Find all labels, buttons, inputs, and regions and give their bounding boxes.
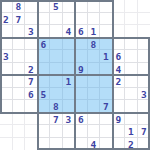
cell-r5c2[interactable] [13,50,26,63]
cell-r7c2[interactable] [13,75,26,88]
cell-r4c1[interactable] [0,38,13,51]
cell-r10c10[interactable]: 9 [113,113,126,126]
cell-r9c1[interactable] [0,100,13,113]
cell-r4c2[interactable] [13,38,26,51]
cell-r12c11[interactable]: 2 [125,138,138,151]
cell-r4c4[interactable]: 6 [38,38,51,51]
void-cell [25,138,38,151]
cell-r7c8[interactable] [88,75,101,88]
cell-r7c10[interactable]: 2 [113,75,126,88]
cell-r1c5[interactable]: 5 [50,0,63,13]
cell-r7c3[interactable]: 7 [25,75,38,88]
void-cell [13,113,26,126]
cell-r12c9[interactable] [100,138,113,151]
cell-r12c4[interactable] [38,138,51,151]
cell-r5c9[interactable]: 1 [100,50,113,63]
cell-r1c6[interactable] [63,0,76,13]
cell-r8c11[interactable] [125,88,138,101]
cell-r4c7[interactable] [75,38,88,51]
cell-r9c3[interactable] [25,100,38,113]
cell-r9c11[interactable] [125,100,138,113]
cell-r9c9[interactable]: 7 [100,100,113,113]
cell-r1c3[interactable] [25,0,38,13]
cell-r4c3[interactable] [25,38,38,51]
cell-r9c10[interactable] [113,100,126,113]
given-digit: 8 [90,39,96,49]
void-cell [138,13,151,26]
void-cell [138,25,151,38]
cell-r2c4[interactable] [38,13,51,26]
cell-r12c7[interactable] [75,138,88,151]
cell-r1c9[interactable] [100,0,113,13]
void-cell [0,138,13,151]
cell-r8c3[interactable]: 6 [25,88,38,101]
given-digit: 2 [128,140,134,150]
cell-r2c1[interactable]: 2 [0,13,13,26]
cell-r4c11[interactable] [125,38,138,51]
cell-r3c4[interactable] [38,25,51,38]
given-digit: 1 [65,77,71,87]
void-cell [138,0,151,13]
given-digit: 4 [65,27,71,37]
void-cell [125,13,138,26]
cell-r9c4[interactable] [38,100,51,113]
given-digit: 6 [78,27,84,37]
cell-r11c9[interactable] [100,125,113,138]
cell-r2c8[interactable] [88,13,101,26]
cell-r7c9[interactable] [100,75,113,88]
given-digit: 5 [53,2,59,12]
cell-r10c5[interactable]: 7 [50,113,63,126]
cell-r4c12[interactable] [138,38,151,51]
cell-r5c12[interactable] [138,50,151,63]
cell-r9c2[interactable] [13,100,26,113]
cell-r7c5[interactable] [50,75,63,88]
void-cell [25,125,38,138]
cell-r5c8[interactable] [88,50,101,63]
cell-r11c12[interactable]: 7 [138,125,151,138]
cell-r10c11[interactable] [125,113,138,126]
void-cell [113,25,126,38]
cell-r11c11[interactable]: 1 [125,125,138,138]
cell-r6c6[interactable] [63,63,76,76]
cell-r1c2[interactable]: 8 [13,0,26,13]
cell-r3c8[interactable]: 1 [88,25,101,38]
cell-r5c6[interactable] [63,50,76,63]
cell-r5c5[interactable] [50,50,63,63]
cell-r6c10[interactable]: 4 [113,63,126,76]
given-digit: 9 [115,114,121,124]
given-digit: 3 [3,52,9,62]
cell-r7c7[interactable] [75,75,88,88]
cell-r3c9[interactable] [100,25,113,38]
cell-r12c5[interactable] [50,138,63,151]
cell-r2c7[interactable] [75,13,88,26]
given-digit: 8 [53,102,59,112]
given-digit: 2 [28,64,34,74]
cell-r8c4[interactable]: 5 [38,88,51,101]
given-digit: 1 [90,27,96,37]
cell-r1c7[interactable] [75,0,88,13]
given-digit: 6 [40,39,46,49]
cell-r8c12[interactable]: 3 [138,88,151,101]
cell-r7c6[interactable]: 1 [63,75,76,88]
given-digit: 8 [15,2,21,12]
cell-r2c9[interactable] [100,13,113,26]
given-digit: 4 [115,64,121,74]
cell-r8c1[interactable] [0,88,13,101]
cell-r12c8[interactable]: 4 [88,138,101,151]
cell-r6c1[interactable] [0,63,13,76]
given-digit: 6 [28,89,34,99]
cell-r1c1[interactable] [0,0,13,13]
cell-r12c10[interactable] [113,138,126,151]
cell-r8c7[interactable] [75,88,88,101]
cell-r2c6[interactable] [63,13,76,26]
cell-r10c7[interactable]: 6 [75,113,88,126]
cell-r4c5[interactable] [50,38,63,51]
cell-r3c7[interactable]: 6 [75,25,88,38]
given-digit: 9 [78,64,84,74]
cell-r10c8[interactable] [88,113,101,126]
cell-r8c9[interactable] [100,88,113,101]
cell-r10c12[interactable] [138,113,151,126]
cell-r8c10[interactable] [113,88,126,101]
void-cell [113,13,126,26]
cell-r5c10[interactable]: 6 [113,50,126,63]
cell-r12c12[interactable] [138,138,151,151]
cell-r3c5[interactable] [50,25,63,38]
cell-r2c5[interactable] [50,13,63,26]
given-digit: 3 [28,27,34,37]
given-digit: 7 [53,114,59,124]
cell-r11c6[interactable] [63,125,76,138]
cell-r7c12[interactable] [138,75,151,88]
cell-r11c8[interactable] [88,125,101,138]
void-cell [0,113,13,126]
cell-r5c4[interactable] [38,50,51,63]
cell-r3c6[interactable]: 4 [63,25,76,38]
given-digit: 7 [103,102,109,112]
given-digit: 1 [128,127,134,137]
cell-r1c8[interactable] [88,0,101,13]
cell-r1c4[interactable] [38,0,51,13]
given-digit: 7 [141,127,147,137]
given-digit: 7 [28,77,34,87]
cell-r8c8[interactable] [88,88,101,101]
given-digit: 3 [65,114,71,124]
cell-r6c2[interactable] [13,63,26,76]
sudoku-board: 85273461683162947126538773691742 [0,0,150,150]
cell-r8c6[interactable] [63,88,76,101]
cell-r11c5[interactable] [50,125,63,138]
void-cell [113,0,126,13]
given-digit: 6 [78,114,84,124]
cell-r11c7[interactable] [75,125,88,138]
cell-r6c11[interactable] [125,63,138,76]
void-cell [13,125,26,138]
cell-r10c6[interactable]: 3 [63,113,76,126]
cell-r10c4[interactable] [38,113,51,126]
void-cell [0,125,13,138]
cell-r5c3[interactable] [25,50,38,63]
cell-r6c3[interactable]: 2 [25,63,38,76]
cell-r9c7[interactable] [75,100,88,113]
cell-r9c6[interactable] [63,100,76,113]
cell-r7c1[interactable] [0,75,13,88]
cell-r8c5[interactable] [50,88,63,101]
cell-r4c8[interactable]: 8 [88,38,101,51]
cell-r2c2[interactable]: 7 [13,13,26,26]
cell-r11c4[interactable] [38,125,51,138]
cell-r11c10[interactable] [113,125,126,138]
void-cell [125,0,138,13]
void-cell [25,113,38,126]
cell-r4c6[interactable] [63,38,76,51]
cell-r3c2[interactable] [13,25,26,38]
cell-r6c12[interactable] [138,63,151,76]
cell-r5c7[interactable] [75,50,88,63]
cell-r9c8[interactable] [88,100,101,113]
given-digit: 7 [15,14,21,24]
cell-r5c11[interactable] [125,50,138,63]
given-digit: 3 [141,89,147,99]
cell-r9c5[interactable]: 8 [50,100,63,113]
given-digit: 1 [103,52,109,62]
given-digit: 2 [3,14,9,24]
cell-r3c1[interactable] [0,25,13,38]
cell-r7c4[interactable] [38,75,51,88]
cell-r2c3[interactable] [25,13,38,26]
cell-r8c2[interactable] [13,88,26,101]
given-digit: 4 [90,140,96,150]
given-digit: 5 [40,89,46,99]
cell-r12c6[interactable] [63,138,76,151]
cell-r6c4[interactable] [38,63,51,76]
cell-r9c12[interactable] [138,100,151,113]
cell-r7c11[interactable] [125,75,138,88]
cell-r6c5[interactable] [50,63,63,76]
cell-r6c7[interactable]: 9 [75,63,88,76]
given-digit: 2 [115,77,121,87]
cell-r3c3[interactable]: 3 [25,25,38,38]
void-cell [125,25,138,38]
cell-r4c9[interactable] [100,38,113,51]
given-digit: 6 [115,52,121,62]
cell-r4c10[interactable] [113,38,126,51]
cell-r6c9[interactable] [100,63,113,76]
cell-r6c8[interactable] [88,63,101,76]
void-cell [13,138,26,151]
cell-r5c1[interactable]: 3 [0,50,13,63]
cell-r10c9[interactable] [100,113,113,126]
